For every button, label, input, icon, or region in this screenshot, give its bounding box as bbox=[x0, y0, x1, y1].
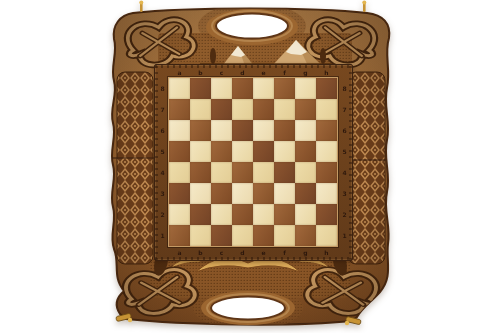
square-g1[interactable] bbox=[295, 225, 316, 246]
product-photo: abcdefgh abcdefgh 87654321 87654321 bbox=[0, 0, 500, 333]
square-h8[interactable] bbox=[316, 78, 337, 99]
coordinate-label: 6 bbox=[157, 120, 168, 141]
square-g4[interactable] bbox=[295, 162, 316, 183]
square-f2[interactable] bbox=[274, 204, 295, 225]
square-a1[interactable] bbox=[169, 225, 190, 246]
square-g8[interactable] bbox=[295, 78, 316, 99]
square-h6[interactable] bbox=[316, 120, 337, 141]
coordinate-label: g bbox=[295, 68, 316, 77]
square-d7[interactable] bbox=[232, 99, 253, 120]
square-c7[interactable] bbox=[211, 99, 232, 120]
file-labels-bottom: abcdefgh bbox=[169, 248, 337, 257]
square-g2[interactable] bbox=[295, 204, 316, 225]
coordinate-label: b bbox=[190, 68, 211, 77]
square-b5[interactable] bbox=[190, 141, 211, 162]
square-e5[interactable] bbox=[253, 141, 274, 162]
square-d8[interactable] bbox=[232, 78, 253, 99]
square-c5[interactable] bbox=[211, 141, 232, 162]
square-f6[interactable] bbox=[274, 120, 295, 141]
square-g3[interactable] bbox=[295, 183, 316, 204]
square-b4[interactable] bbox=[190, 162, 211, 183]
square-d2[interactable] bbox=[232, 204, 253, 225]
coordinate-label: e bbox=[253, 68, 274, 77]
square-a6[interactable] bbox=[169, 120, 190, 141]
square-d6[interactable] bbox=[232, 120, 253, 141]
coordinate-label: b bbox=[190, 248, 211, 257]
square-d1[interactable] bbox=[232, 225, 253, 246]
coordinate-label: c bbox=[211, 68, 232, 77]
square-b7[interactable] bbox=[190, 99, 211, 120]
coordinate-label: d bbox=[232, 68, 253, 77]
bottom-handle-cutout bbox=[201, 291, 295, 325]
square-d5[interactable] bbox=[232, 141, 253, 162]
coordinate-label: 1 bbox=[157, 225, 168, 246]
square-b1[interactable] bbox=[190, 225, 211, 246]
square-f7[interactable] bbox=[274, 99, 295, 120]
square-f1[interactable] bbox=[274, 225, 295, 246]
coordinate-label: c bbox=[211, 248, 232, 257]
square-b3[interactable] bbox=[190, 183, 211, 204]
chess-board bbox=[169, 78, 337, 246]
coordinate-label: 1 bbox=[339, 225, 350, 246]
coordinate-label: 4 bbox=[339, 162, 350, 183]
square-a8[interactable] bbox=[169, 78, 190, 99]
coordinate-label: 4 bbox=[157, 162, 168, 183]
square-f3[interactable] bbox=[274, 183, 295, 204]
square-g5[interactable] bbox=[295, 141, 316, 162]
square-d3[interactable] bbox=[232, 183, 253, 204]
square-f5[interactable] bbox=[274, 141, 295, 162]
square-f4[interactable] bbox=[274, 162, 295, 183]
coordinate-label: 7 bbox=[157, 99, 168, 120]
rank-labels-left: 87654321 bbox=[157, 78, 168, 246]
square-c2[interactable] bbox=[211, 204, 232, 225]
coordinate-label: 8 bbox=[157, 78, 168, 99]
coordinate-label: f bbox=[274, 248, 295, 257]
coordinate-label: h bbox=[316, 68, 337, 77]
coordinate-label: a bbox=[169, 248, 190, 257]
square-h4[interactable] bbox=[316, 162, 337, 183]
square-f8[interactable] bbox=[274, 78, 295, 99]
coordinate-label: 2 bbox=[339, 204, 350, 225]
square-e1[interactable] bbox=[253, 225, 274, 246]
coordinate-label: 3 bbox=[157, 183, 168, 204]
square-a2[interactable] bbox=[169, 204, 190, 225]
coordinate-label: 8 bbox=[339, 78, 350, 99]
board-frame: abcdefgh abcdefgh 87654321 87654321 bbox=[154, 64, 353, 261]
coordinate-label: 7 bbox=[339, 99, 350, 120]
coordinate-label: g bbox=[295, 248, 316, 257]
square-a7[interactable] bbox=[169, 99, 190, 120]
coordinate-label: h bbox=[316, 248, 337, 257]
square-g6[interactable] bbox=[295, 120, 316, 141]
coordinate-label: d bbox=[232, 248, 253, 257]
square-d4[interactable] bbox=[232, 162, 253, 183]
coordinate-label: a bbox=[169, 68, 190, 77]
square-h2[interactable] bbox=[316, 204, 337, 225]
square-c3[interactable] bbox=[211, 183, 232, 204]
square-b6[interactable] bbox=[190, 120, 211, 141]
coordinate-label: e bbox=[253, 248, 274, 257]
square-c4[interactable] bbox=[211, 162, 232, 183]
coordinate-label: 6 bbox=[339, 120, 350, 141]
square-g7[interactable] bbox=[295, 99, 316, 120]
coordinate-label: 5 bbox=[339, 141, 350, 162]
square-h7[interactable] bbox=[316, 99, 337, 120]
square-b2[interactable] bbox=[190, 204, 211, 225]
top-handle-cutout bbox=[206, 9, 298, 45]
square-c8[interactable] bbox=[211, 78, 232, 99]
square-h3[interactable] bbox=[316, 183, 337, 204]
square-e3[interactable] bbox=[253, 183, 274, 204]
coordinate-label: 3 bbox=[339, 183, 350, 204]
square-e8[interactable] bbox=[253, 78, 274, 99]
square-c6[interactable] bbox=[211, 120, 232, 141]
square-e7[interactable] bbox=[253, 99, 274, 120]
square-e6[interactable] bbox=[253, 120, 274, 141]
file-labels-top: abcdefgh bbox=[169, 68, 337, 77]
coordinate-label: f bbox=[274, 68, 295, 77]
square-a3[interactable] bbox=[169, 183, 190, 204]
square-e4[interactable] bbox=[253, 162, 274, 183]
square-h5[interactable] bbox=[316, 141, 337, 162]
coordinate-label: 5 bbox=[157, 141, 168, 162]
square-h1[interactable] bbox=[316, 225, 337, 246]
coordinate-label: 2 bbox=[157, 204, 168, 225]
square-b8[interactable] bbox=[190, 78, 211, 99]
square-a4[interactable] bbox=[169, 162, 190, 183]
square-e2[interactable] bbox=[253, 204, 274, 225]
rank-labels-right: 87654321 bbox=[339, 78, 350, 246]
square-a5[interactable] bbox=[169, 141, 190, 162]
square-c1[interactable] bbox=[211, 225, 232, 246]
